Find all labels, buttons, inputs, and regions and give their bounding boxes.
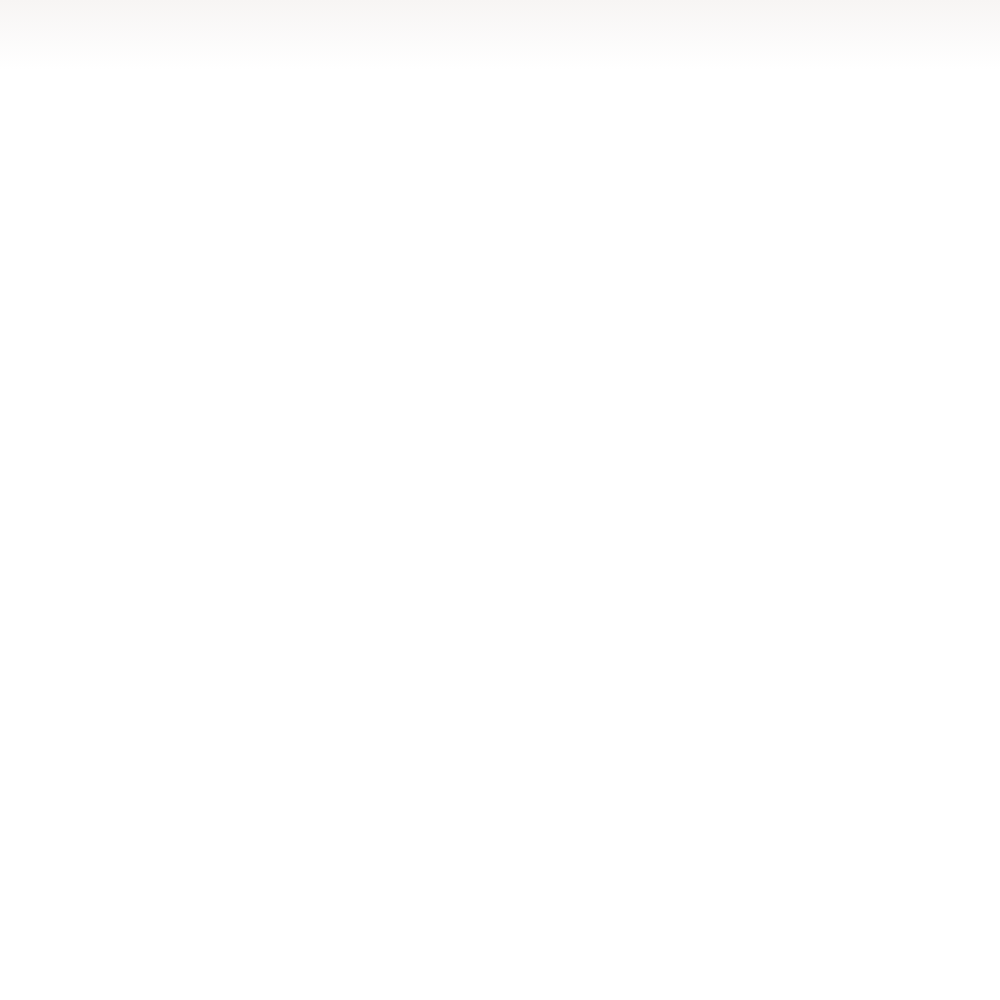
- photo-scene: [0, 0, 1000, 1000]
